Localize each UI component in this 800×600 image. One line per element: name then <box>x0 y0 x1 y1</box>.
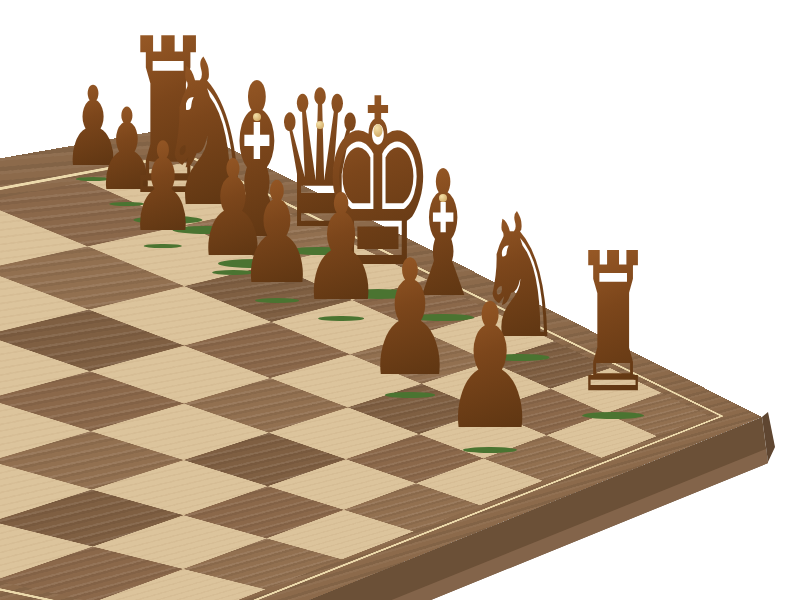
boxwood-finial <box>439 194 447 202</box>
scene: ♜♞♝♛♚♝♞♜♟♟♟♟♟♟♟♟ <box>0 0 800 600</box>
boxwood-finial <box>374 124 383 137</box>
pawn-glyph: ♟ <box>442 281 538 454</box>
boxwood-finial <box>253 113 261 121</box>
rook-glyph: ♜ <box>573 228 652 420</box>
pawn-glyph: ♟ <box>129 126 197 249</box>
